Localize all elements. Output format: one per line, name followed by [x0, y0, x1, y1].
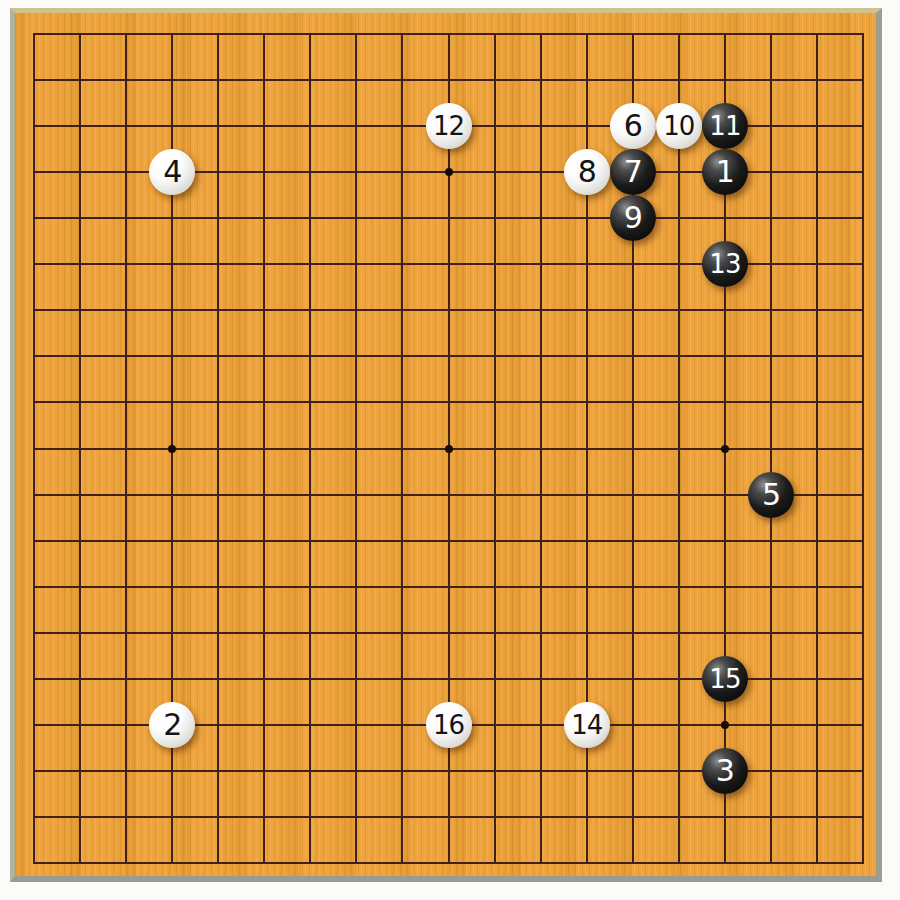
go-stone-white-move-10: 10	[656, 103, 702, 149]
board-grid-line-vertical	[862, 33, 864, 864]
go-stone-white-move-6: 6	[610, 103, 656, 149]
go-stone-white-move-12: 12	[426, 103, 472, 149]
move-number-label: 15	[709, 666, 740, 692]
star-point	[445, 168, 453, 176]
move-number-label: 12	[433, 113, 464, 139]
go-stone-black-move-13: 13	[702, 241, 748, 287]
move-number-label: 7	[624, 157, 642, 187]
move-number-label: 13	[709, 251, 740, 277]
move-number-label: 10	[663, 113, 694, 139]
go-stone-black-move-1: 1	[702, 149, 748, 195]
move-number-label: 11	[709, 113, 740, 139]
go-stone-white-move-14: 14	[564, 702, 610, 748]
go-stone-black-move-9: 9	[610, 195, 656, 241]
go-stone-black-move-15: 15	[702, 656, 748, 702]
board-grid-line-vertical	[540, 33, 542, 864]
board-grid-line-horizontal	[33, 494, 864, 496]
board-grid-line-vertical	[816, 33, 818, 864]
star-point	[721, 721, 729, 729]
move-number-label: 6	[624, 111, 642, 141]
board-grid-line-vertical	[494, 33, 496, 864]
go-stone-black-move-7: 7	[610, 149, 656, 195]
board-grid-line-horizontal	[33, 816, 864, 818]
go-stone-white-move-2: 2	[149, 702, 195, 748]
move-number-label: 2	[163, 710, 181, 740]
move-number-label: 1	[716, 157, 734, 187]
go-stone-black-move-5: 5	[748, 472, 794, 518]
move-number-label: 4	[163, 157, 181, 187]
board-grid-line-horizontal	[33, 586, 864, 588]
move-number-label: 8	[578, 157, 596, 187]
move-number-label: 3	[716, 756, 734, 786]
go-diagram: 12345678910111213141516	[0, 0, 900, 900]
go-stone-white-move-16: 16	[426, 702, 472, 748]
star-point	[721, 445, 729, 453]
board-grid-line-vertical	[678, 33, 680, 864]
go-stone-black-move-3: 3	[702, 748, 748, 794]
board-grid-line-horizontal	[33, 540, 864, 542]
move-number-label: 5	[762, 480, 780, 510]
board-grid-line-vertical	[770, 33, 772, 864]
go-stone-black-move-11: 11	[702, 103, 748, 149]
move-number-label: 14	[571, 712, 602, 738]
move-number-label: 9	[624, 203, 642, 233]
move-number-label: 16	[433, 712, 464, 738]
board-grid-line-horizontal	[33, 632, 864, 634]
board-grid-line-horizontal	[33, 862, 864, 864]
go-stone-white-move-8: 8	[564, 149, 610, 195]
star-point	[168, 445, 176, 453]
star-point	[445, 445, 453, 453]
